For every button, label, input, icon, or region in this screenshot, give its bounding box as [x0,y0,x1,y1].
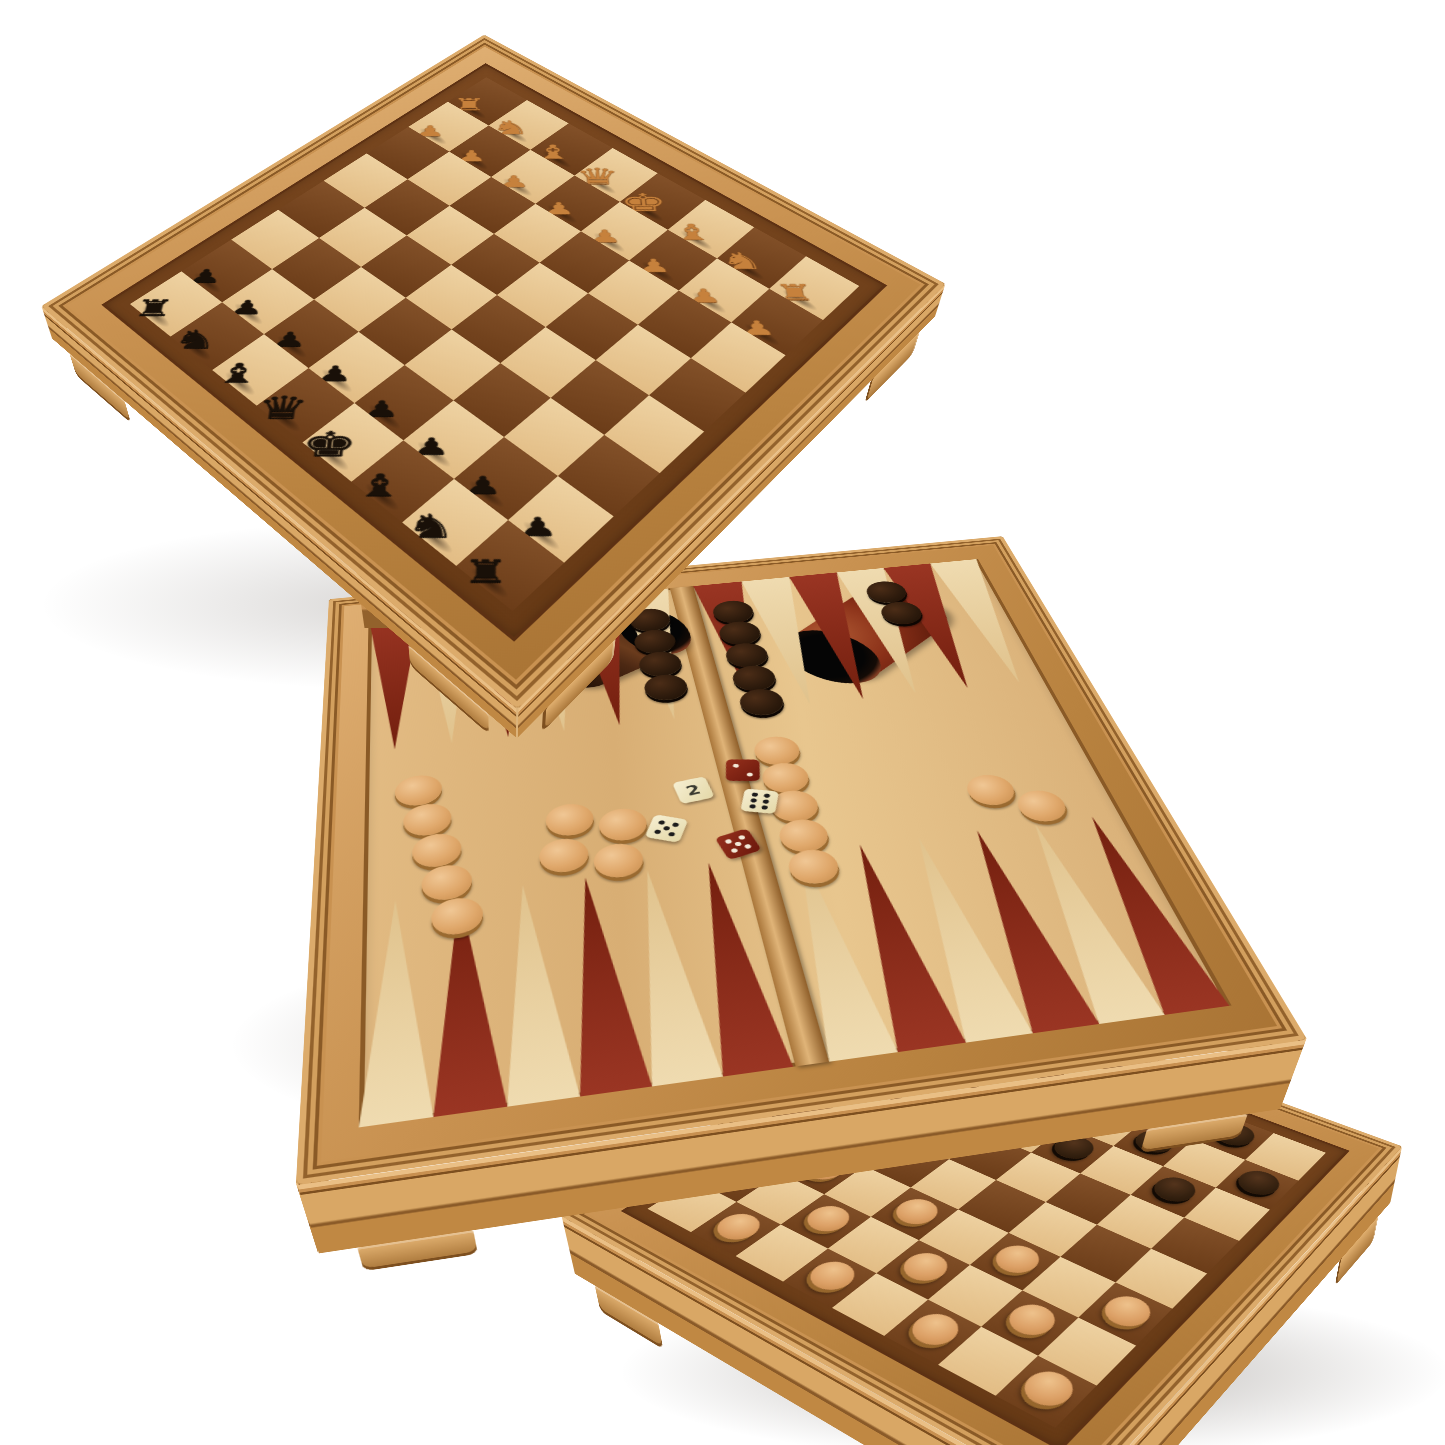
piece-contact-shadow [361,480,403,514]
chess-square [504,398,604,476]
piece-contact-shadow [413,438,455,470]
backgammon-point-bottom-5 [616,866,723,1086]
checkers-square [781,1194,870,1248]
chess-square: ♜ [456,519,565,611]
die-pip [653,830,661,835]
backgammon-checker-light[interactable] [592,841,646,880]
chess-piece-white-bishop[interactable]: ♝ [670,222,714,243]
die-pip [747,773,753,777]
backgammon-checker-light[interactable] [784,847,842,886]
die-pip [751,792,758,796]
checkers-square [1078,1282,1173,1346]
die-pip [744,844,752,850]
checkers-square [1061,1225,1151,1282]
chess-square [557,434,660,516]
backgammon-checker-light[interactable] [775,817,832,854]
piece-contact-shadow [318,366,357,395]
chess-piece-white-bishop[interactable]: ♝ [534,143,573,161]
chess-piece-white-pawn[interactable]: ♟ [686,287,723,305]
chess-square [453,363,551,437]
checkers-square [928,1265,1022,1327]
chess-piece-white-knight[interactable]: ♞ [492,119,530,137]
backgammon-point-bottom-1 [359,897,434,1128]
piece-contact-shadow [312,441,353,473]
checkers-piece-light[interactable] [1000,1299,1063,1342]
chess-square: ♟ [264,300,358,368]
chess-piece-white-pawn[interactable]: ♟ [588,228,622,245]
chess-square [596,324,691,395]
checkers-square [1115,1249,1207,1309]
backgammon-point-bottom-4 [554,874,652,1097]
checkers-square [969,1232,1060,1290]
checkers-foot [595,1285,664,1349]
piece-contact-shadow [273,333,310,361]
die-ivory-2[interactable]: 2 [672,776,715,804]
die-pip [738,834,746,840]
backgammon-point-bottom-11 [1006,820,1165,1024]
die-red-2[interactable] [726,759,760,780]
piece-contact-shadow [179,335,215,363]
chess-square: ♟ [403,400,504,478]
chess-piece-black-pawn[interactable]: ♟ [411,435,450,457]
checkers-square [982,1290,1078,1355]
chess-square [358,297,452,365]
chess-piece-white-rook[interactable]: ♜ [452,97,486,113]
chess-piece-black-bishop[interactable]: ♝ [213,361,263,386]
chess-square [405,329,501,400]
chess-piece-white-pawn[interactable]: ♟ [542,200,575,216]
backgammon-checker-dark[interactable] [642,673,690,702]
chess-piece-black-pawn[interactable]: ♟ [227,298,265,316]
backgammon-foot [357,1230,478,1271]
checkers-foot [1335,1216,1379,1286]
chess-piece-white-pawn[interactable]: ♟ [498,174,530,189]
checkers-piece-light[interactable] [888,1194,946,1229]
checkers-square [884,1299,982,1365]
chess-square: ♟ [355,365,453,440]
die-pip [734,841,742,847]
chess-piece-black-pawn[interactable]: ♟ [186,268,223,286]
checkers-square [959,1180,1046,1232]
chess-piece-black-pawn[interactable]: ♟ [517,515,557,540]
chess-piece-white-pawn[interactable]: ♟ [456,149,487,164]
chess-piece-black-king[interactable]: ♚ [300,428,359,461]
product-photo-scene: 2 ♜♞♝♛♚♝♞♜♟♟♟♟♟♟♟♟♟♟♟♟♟♟♟♟♜♞♝♛♚♝♞♜ [0,0,1445,1445]
chess-square [551,360,649,434]
checkers-piece-dark[interactable] [1147,1173,1203,1206]
chess-square: ♝ [212,334,308,405]
piece-contact-shadow [741,321,783,348]
chess-piece-white-queen[interactable]: ♛ [575,166,621,187]
checkers-square [1022,1257,1115,1318]
checkers-piece-light[interactable] [799,1201,858,1236]
backgammon-checker-light[interactable] [759,761,813,795]
chess-square [649,358,746,432]
die-pip [668,832,676,837]
backgammon-checker-light[interactable] [767,788,822,824]
backgammon-checker-light[interactable] [403,802,452,838]
checkers-piece-light[interactable] [895,1248,956,1287]
die-pip [658,820,666,825]
chess-square [691,322,786,392]
checkers-square [919,1209,1009,1264]
die-pip [764,793,771,797]
chess-piece-white-king[interactable]: ♚ [619,191,668,214]
piece-contact-shadow [519,518,564,554]
piece-contact-shadow [266,404,305,435]
backgammon-checker-light[interactable] [431,895,484,937]
die-pip [730,848,738,854]
chess-square: ♞ [402,479,508,566]
die-ivory-6[interactable] [740,788,779,813]
backgammon-checker-light[interactable] [421,863,473,903]
checkers-piece-light[interactable] [1096,1290,1158,1332]
checkers-piece-light[interactable] [801,1256,863,1295]
die-ivory-5[interactable] [645,814,689,842]
backgammon-checker-light[interactable] [962,773,1021,808]
backgammon-checker-light[interactable] [1012,788,1072,824]
checkers-square [691,1201,782,1256]
die-red-5[interactable] [715,828,762,860]
chess-piece-black-knight[interactable]: ♞ [170,328,219,352]
backgammon-point-bottom-9 [889,834,1033,1043]
checkers-square [1097,1195,1184,1249]
backgammon-point-bottom-6 [678,859,793,1076]
backgammon-checker-dark[interactable] [737,687,787,717]
backgammon-checker-light[interactable] [544,802,596,838]
chess-square: ♟ [508,476,614,563]
checkers-square [1045,1173,1131,1225]
die-pip [763,799,770,803]
backgammon-checker-light[interactable] [395,773,443,808]
checkers-square [870,1187,958,1240]
chess-square: ♟ [454,437,557,519]
chess-piece-black-knight[interactable]: ♞ [405,511,456,542]
chess-piece-black-queen[interactable]: ♛ [254,393,311,423]
die-pip [663,826,671,831]
chess-piece-black-bishop[interactable]: ♝ [353,471,404,500]
chess-piece-white-rook[interactable]: ♜ [773,282,817,303]
chess-piece-white-pawn[interactable]: ♟ [738,318,776,337]
backgammon-point-bottom-8 [830,841,966,1052]
checkers-square [783,1248,877,1308]
piece-contact-shadow [467,564,513,602]
backgammon-checker-light[interactable] [538,836,591,874]
backgammon-point-bottom-10 [948,827,1099,1033]
chess-square [604,395,704,473]
chess-square: ♚ [303,403,404,482]
chess-square [452,295,545,363]
chess-piece-black-pawn[interactable]: ♟ [463,474,502,497]
checkers-square [995,1355,1097,1428]
backgammon-point-bottom-2 [427,889,507,1117]
checkers-square [1038,1317,1136,1385]
die-pip [724,838,732,844]
checkers-piece-light[interactable] [709,1209,769,1245]
chess-square: ♝ [351,440,454,523]
chess-square: ♞ [170,302,264,370]
piece-contact-shadow [413,521,457,557]
checkers-square [1151,1217,1240,1273]
checkers-square [938,1326,1038,1395]
checkers-square [877,1240,970,1299]
checkers-square [832,1273,928,1336]
checkers-square [1009,1202,1097,1257]
backgammon-checker-light[interactable] [412,831,462,869]
chess-square: ♟ [309,332,405,403]
die-numeral: 2 [672,776,715,804]
chess-square: ♛ [256,368,355,443]
backgammon-point-bottom-12 [1063,813,1229,1015]
chess-piece-white-knight[interactable]: ♞ [719,250,765,272]
chess-square [500,327,595,398]
checkers-piece-light[interactable] [987,1240,1047,1278]
chess-piece-black-pawn[interactable]: ♟ [315,364,353,384]
chess-piece-black-pawn[interactable]: ♟ [362,399,400,420]
piece-contact-shadow [221,369,259,398]
chess-piece-black-rook[interactable]: ♜ [462,557,510,587]
backgammon-checker-light[interactable] [597,806,650,843]
die-pip [750,798,757,802]
backgammon-point-bottom-7 [770,848,898,1062]
backgammon-point-bottom-3 [491,881,580,1106]
chess-piece-black-rook[interactable]: ♜ [131,298,176,319]
chess-piece-black-pawn[interactable]: ♟ [270,330,308,349]
piece-contact-shadow [465,477,508,511]
checkers-piece-light[interactable] [1015,1365,1082,1413]
die-pip [762,805,769,810]
die-pip [732,764,738,768]
checkers-square [828,1217,919,1273]
checkers-square [1184,1187,1270,1240]
checkers-square [736,1224,828,1281]
chess-piece-white-pawn[interactable]: ♟ [636,257,671,274]
die-pip [672,822,680,827]
die-pip [749,804,756,809]
chess-square [545,293,638,360]
piece-contact-shadow [364,402,404,433]
chess-piece-white-pawn[interactable]: ♟ [415,124,446,138]
checkers-piece-light[interactable] [903,1308,967,1351]
